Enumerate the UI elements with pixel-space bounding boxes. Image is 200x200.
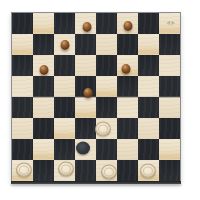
cream-piece-e3[interactable]	[95, 122, 111, 137]
square-f5[interactable]	[117, 76, 138, 97]
square-c8[interactable]	[54, 13, 75, 34]
square-f3[interactable]	[117, 118, 138, 139]
cream-piece-g1[interactable]	[140, 164, 156, 179]
square-h7[interactable]	[159, 34, 180, 55]
square-g4[interactable]	[138, 97, 159, 118]
product-photo: d.b.	[0, 0, 200, 200]
square-c4[interactable]	[54, 97, 75, 118]
checkers-board: d.b.	[11, 12, 181, 182]
square-h2[interactable]	[159, 139, 180, 160]
square-b5[interactable]	[33, 76, 54, 97]
square-d1[interactable]	[75, 160, 96, 181]
square-e5[interactable]	[96, 76, 117, 97]
brown-piece-d8[interactable]	[83, 22, 92, 32]
square-g8[interactable]	[138, 13, 159, 34]
square-e2[interactable]	[96, 139, 117, 160]
square-c6[interactable]	[54, 55, 75, 76]
square-h3[interactable]	[159, 118, 180, 139]
square-d6[interactable]	[75, 55, 96, 76]
square-c5[interactable]	[54, 76, 75, 97]
brown-piece-f6[interactable]	[122, 64, 131, 74]
square-b8[interactable]	[33, 13, 54, 34]
brown-piece-d5[interactable]	[84, 88, 93, 98]
cream-piece-e1[interactable]	[101, 165, 117, 180]
square-e7[interactable]	[96, 34, 117, 55]
square-e4[interactable]	[96, 97, 117, 118]
square-b1[interactable]	[33, 160, 54, 181]
square-a5[interactable]	[12, 76, 33, 97]
square-d4[interactable]	[75, 97, 96, 118]
dark-piece-d2[interactable]	[76, 142, 90, 155]
square-h1[interactable]	[159, 160, 180, 181]
square-g3[interactable]	[138, 118, 159, 139]
square-g2[interactable]	[138, 139, 159, 160]
square-a6[interactable]	[12, 55, 33, 76]
square-d7[interactable]	[75, 34, 96, 55]
square-f2[interactable]	[117, 139, 138, 160]
square-h6[interactable]	[159, 55, 180, 76]
square-b4[interactable]	[33, 97, 54, 118]
square-h4[interactable]	[159, 97, 180, 118]
cream-piece-a1[interactable]	[16, 163, 32, 178]
square-e6[interactable]	[96, 55, 117, 76]
square-f4[interactable]	[117, 97, 138, 118]
square-a3[interactable]	[12, 118, 33, 139]
square-f7[interactable]	[117, 34, 138, 55]
square-a7[interactable]	[12, 34, 33, 55]
square-c2[interactable]	[54, 139, 75, 160]
square-g5[interactable]	[138, 76, 159, 97]
square-a4[interactable]	[12, 97, 33, 118]
square-g6[interactable]	[138, 55, 159, 76]
square-a2[interactable]	[12, 139, 33, 160]
square-b2[interactable]	[33, 139, 54, 160]
board-fold-seam	[11, 96, 181, 98]
square-h5[interactable]	[159, 76, 180, 97]
cream-piece-c1[interactable]	[58, 162, 74, 177]
square-g7[interactable]	[138, 34, 159, 55]
brown-piece-b6[interactable]	[40, 65, 49, 75]
brown-piece-c7[interactable]	[61, 40, 70, 50]
square-a8[interactable]	[12, 13, 33, 34]
square-c3[interactable]	[54, 118, 75, 139]
square-d3[interactable]	[75, 118, 96, 139]
square-e8[interactable]	[96, 13, 117, 34]
square-h8[interactable]	[159, 13, 180, 34]
square-b7[interactable]	[33, 34, 54, 55]
square-f1[interactable]	[117, 160, 138, 181]
square-b3[interactable]	[33, 118, 54, 139]
brown-piece-f8[interactable]	[124, 21, 133, 31]
